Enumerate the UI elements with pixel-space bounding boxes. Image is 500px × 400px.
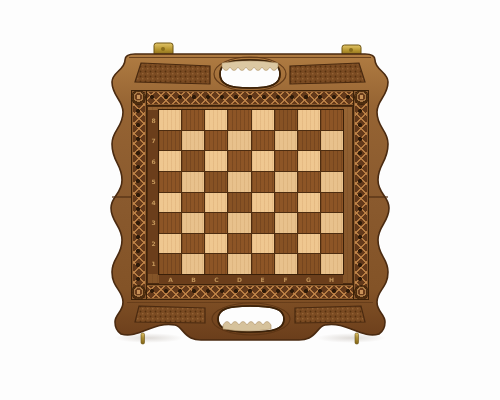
square-c2: [205, 234, 227, 254]
square-e5: [252, 172, 274, 192]
square-c7: [205, 131, 227, 151]
square-d5: [228, 172, 250, 192]
square-d4: [228, 193, 250, 213]
square-c8: [205, 110, 227, 130]
square-a3: [159, 213, 181, 233]
corner-rosette-icon: [355, 91, 368, 104]
corner-rosette-icon: [132, 286, 145, 299]
square-c5: [205, 172, 227, 192]
square-b1: [182, 254, 204, 274]
square-e2: [252, 234, 274, 254]
shadow: [316, 333, 386, 343]
square-b6: [182, 151, 204, 171]
square-a5: [159, 172, 181, 192]
square-e1: [252, 254, 274, 274]
file-label-e: E: [251, 274, 274, 284]
rank-label-3: 3: [148, 213, 159, 234]
square-f7: [275, 131, 297, 151]
top-handle-grip: [222, 61, 278, 71]
square-c6: [205, 151, 227, 171]
file-label-c: C: [205, 274, 228, 284]
rank-label-6: 6: [148, 151, 159, 172]
square-d2: [228, 234, 250, 254]
square-b7: [182, 131, 204, 151]
square-f6: [275, 151, 297, 171]
square-b3: [182, 213, 204, 233]
square-f5: [275, 172, 297, 192]
square-f8: [275, 110, 297, 130]
square-h5: [321, 172, 343, 192]
file-label-a: A: [159, 274, 182, 284]
square-h8: [321, 110, 343, 130]
square-b8: [182, 110, 204, 130]
square-b2: [182, 234, 204, 254]
square-b4: [182, 193, 204, 213]
square-f1: [275, 254, 297, 274]
square-e7: [252, 131, 274, 151]
file-label-b: B: [182, 274, 205, 284]
file-label-d: D: [228, 274, 251, 284]
square-g8: [298, 110, 320, 130]
corner-rosette-icon: [355, 286, 368, 299]
square-c1: [205, 254, 227, 274]
square-g3: [298, 213, 320, 233]
square-h6: [321, 151, 343, 171]
square-d3: [228, 213, 250, 233]
square-e6: [252, 151, 274, 171]
square-d7: [228, 131, 250, 151]
square-c4: [205, 193, 227, 213]
shadow: [114, 333, 184, 343]
rank-label-5: 5: [148, 172, 159, 193]
rank-label-4: 4: [148, 192, 159, 213]
chess-board: [159, 110, 343, 274]
square-h3: [321, 213, 343, 233]
file-labels: ABCDEFGH: [159, 274, 343, 284]
square-d1: [228, 254, 250, 274]
square-h7: [321, 131, 343, 151]
square-d6: [228, 151, 250, 171]
square-a1: [159, 254, 181, 274]
square-g2: [298, 234, 320, 254]
rank-label-1: 1: [148, 254, 159, 275]
square-f3: [275, 213, 297, 233]
chess-case: 87654321 ABCDEFGH: [109, 40, 391, 345]
file-label-g: G: [297, 274, 320, 284]
square-g5: [298, 172, 320, 192]
square-d8: [228, 110, 250, 130]
product-photo-page: { "game": "chess", "scene": "overhead pr…: [0, 0, 500, 400]
square-a2: [159, 234, 181, 254]
square-f2: [275, 234, 297, 254]
square-h1: [321, 254, 343, 274]
square-e4: [252, 193, 274, 213]
square-a6: [159, 151, 181, 171]
square-e8: [252, 110, 274, 130]
square-h2: [321, 234, 343, 254]
bottom-handle-grip: [223, 322, 271, 332]
corner-rosette-icon: [132, 91, 145, 104]
ornament-band-bottom: [131, 284, 369, 300]
square-c3: [205, 213, 227, 233]
rank-label-7: 7: [148, 131, 159, 152]
square-g6: [298, 151, 320, 171]
file-label-f: F: [274, 274, 297, 284]
square-g7: [298, 131, 320, 151]
file-label-h: H: [320, 274, 343, 284]
square-a8: [159, 110, 181, 130]
square-e3: [252, 213, 274, 233]
square-a4: [159, 193, 181, 213]
ornament-band-right: [353, 90, 369, 300]
rank-label-8: 8: [148, 110, 159, 131]
ornament-band-top: [131, 90, 369, 106]
square-b5: [182, 172, 204, 192]
rank-label-2: 2: [148, 233, 159, 254]
square-g1: [298, 254, 320, 274]
square-a7: [159, 131, 181, 151]
square-g4: [298, 193, 320, 213]
square-h4: [321, 193, 343, 213]
rank-labels: 87654321: [148, 110, 159, 274]
ornament-band-left: [131, 90, 147, 300]
square-f4: [275, 193, 297, 213]
